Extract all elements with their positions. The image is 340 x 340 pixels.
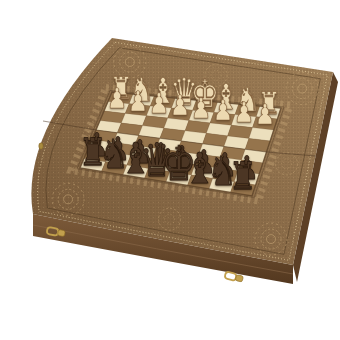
piece-white-pawn[interactable]: ♟ — [170, 92, 191, 120]
piece-white-pawn[interactable]: ♟ — [191, 95, 212, 123]
piece-white-pawn[interactable]: ♟ — [128, 88, 149, 116]
piece-white-pawn[interactable]: ♟ — [106, 85, 127, 113]
piece-white-pawn[interactable]: ♟ — [212, 97, 233, 125]
brass-side-hinge — [39, 143, 43, 149]
product-photo-chess-set: ♜♞♝♛♚♝♞♜♟♟♟♟♟♟♟♟♟♟♟♟♟♟♟♟♜♞♝♛♚♝♞♜ — [0, 0, 340, 340]
piece-white-pawn[interactable]: ♟ — [255, 101, 276, 129]
piece-black-rook[interactable]: ♜ — [229, 158, 257, 196]
piece-white-pawn[interactable]: ♟ — [149, 90, 170, 118]
piece-white-pawn[interactable]: ♟ — [234, 99, 255, 127]
